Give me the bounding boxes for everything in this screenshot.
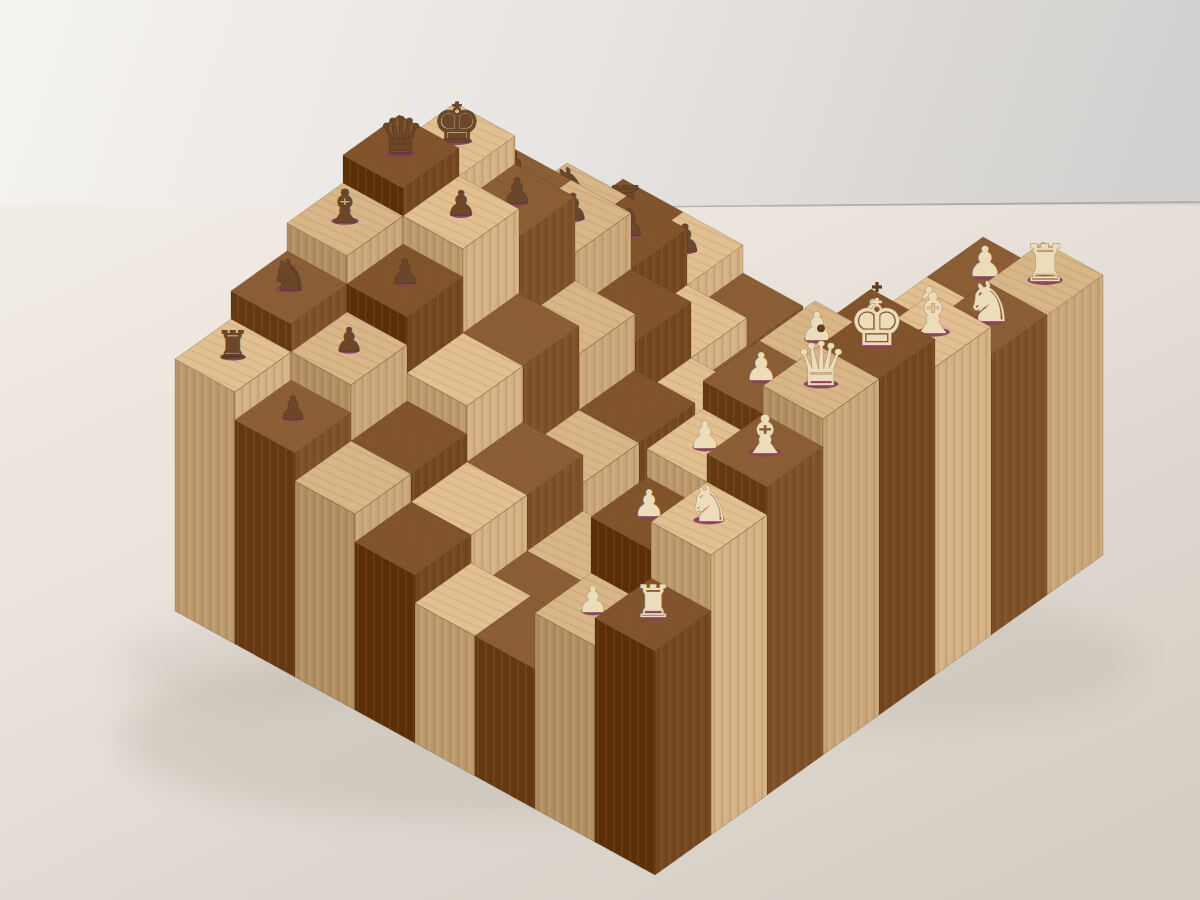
piece-white-bishop-c1: ♝ bbox=[741, 404, 788, 465]
chess-scene-canvas: ♜♞♟♝♟♚♟♛♟♝♟♞♟♟♜♟♟♜♟♟♞♟♝♟♚♟♛♟♝♟♞♜ bbox=[0, 0, 1200, 900]
piece-black-pawn-c7: ♟ bbox=[390, 252, 420, 291]
piece-glyph: ♝ bbox=[741, 404, 788, 465]
piece-glyph: ♟ bbox=[390, 252, 420, 291]
piece-black-rook-a8: ♜ bbox=[216, 323, 250, 367]
piece-glyph: ♝ bbox=[325, 180, 366, 233]
piece-black-pawn-a7: ♟ bbox=[279, 389, 308, 426]
queen-finial-ball bbox=[398, 102, 405, 109]
piece-glyph: ♞ bbox=[270, 251, 308, 300]
piece-glyph: ♟ bbox=[334, 321, 363, 359]
piece-black-bishop-c8: ♝ bbox=[325, 180, 366, 233]
piece-glyph: ♜ bbox=[216, 323, 250, 367]
piece-white-rook-a1: ♜ bbox=[633, 576, 673, 628]
queen-finial-ball bbox=[817, 324, 825, 332]
piece-glyph: ♟ bbox=[279, 389, 308, 426]
piece-black-pawn-b7: ♟ bbox=[334, 321, 363, 359]
piece-black-queen-d8: ♛ bbox=[378, 102, 425, 166]
piece-white-knight-b1: ♞ bbox=[687, 475, 732, 533]
piece-glyph: ♛ bbox=[378, 106, 425, 166]
piece-white-rook-h1: ♜ bbox=[1022, 233, 1068, 293]
piece-black-pawn-d7: ♟ bbox=[446, 183, 477, 223]
piece-white-queen-d1: ♛ bbox=[794, 324, 848, 398]
wall bbox=[0, 0, 1200, 206]
piece-glyph: ♟ bbox=[446, 183, 477, 223]
piece-black-knight-b8: ♞ bbox=[270, 251, 308, 300]
piece-glyph: ♚ bbox=[848, 286, 905, 360]
piece-white-king-e1: ♚ bbox=[848, 282, 905, 360]
chess-3d-sculpture-photo: ♜♞♟♝♟♚♟♛♟♝♟♞♟♟♜♟♟♜♟♟♞♟♝♟♚♟♛♟♝♟♞♜ bbox=[0, 0, 1200, 900]
piece-glyph: ♜ bbox=[633, 576, 673, 628]
piece-glyph: ♜ bbox=[1022, 233, 1068, 293]
piece-glyph: ♛ bbox=[794, 329, 848, 399]
piece-glyph: ♞ bbox=[687, 475, 732, 533]
